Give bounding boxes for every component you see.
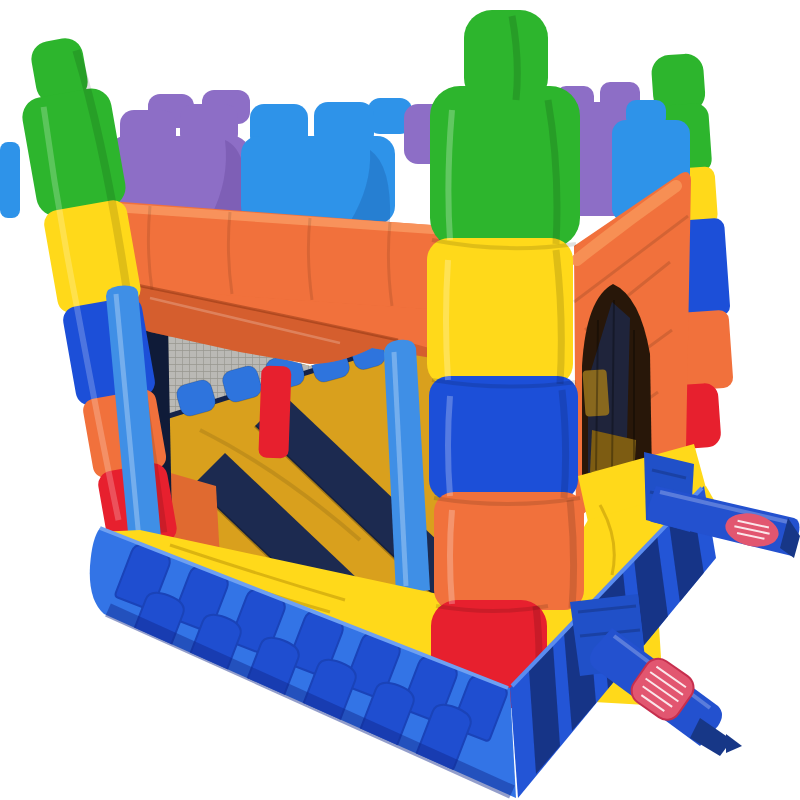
bounce-house-illustration — [0, 0, 800, 800]
product-photo: Product photo of a building-block themed… — [0, 0, 800, 800]
front-column — [427, 10, 584, 708]
front-orange-segment — [434, 492, 584, 610]
interior-red-strip — [258, 366, 291, 459]
far-left-blue-block-edge — [0, 142, 20, 218]
